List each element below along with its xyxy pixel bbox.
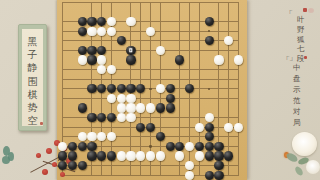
star-point	[149, 88, 151, 90]
white-stone	[185, 171, 194, 180]
black-stone	[175, 142, 184, 151]
black-stone	[97, 151, 106, 160]
black-stone	[166, 84, 175, 93]
black-stone	[205, 36, 214, 45]
peony-bloom-large	[292, 132, 317, 156]
white-stone	[107, 17, 116, 26]
caption2-open-bracket: 「	[282, 55, 290, 66]
vertical-char: 子	[28, 48, 38, 61]
white-stone	[126, 103, 135, 112]
black-stone	[78, 103, 87, 112]
teal-plant-illustration	[1, 144, 17, 168]
black-stone	[68, 151, 77, 160]
black-stone	[87, 84, 96, 93]
blossom-icon	[42, 169, 48, 175]
black-stone	[97, 17, 106, 26]
white-stone	[97, 55, 106, 64]
black-stone-last-move	[126, 46, 135, 55]
white-stone	[185, 142, 194, 151]
black-stone	[214, 171, 223, 180]
caption1-open-bracket: 「	[285, 9, 293, 20]
white-stone	[234, 123, 243, 132]
scroll-seal-stamp	[40, 122, 43, 125]
white-stone	[185, 161, 194, 170]
vertical-char: 势	[28, 101, 38, 114]
vertical-char: 狐	[297, 35, 305, 45]
black-stone	[87, 55, 96, 64]
vertical-char: 围	[28, 75, 38, 88]
white-stone	[107, 65, 116, 74]
blossom-icon	[46, 148, 52, 154]
black-stone	[205, 132, 214, 141]
left-calligraphy-scroll: 黑子静围棋势空	[18, 24, 47, 131]
go-board-grid[interactable]	[58, 0, 244, 180]
black-stone	[87, 46, 96, 55]
black-stone	[58, 151, 67, 160]
black-stone	[78, 142, 87, 151]
white-stone	[107, 94, 116, 103]
white-stone	[175, 151, 184, 160]
vertical-char: 空	[28, 114, 38, 127]
blossom-icon	[60, 172, 65, 177]
black-stone	[117, 84, 126, 93]
white-stone	[136, 103, 145, 112]
black-stone	[117, 36, 126, 45]
black-stone	[78, 27, 87, 36]
black-stone	[87, 151, 96, 160]
vertical-char: 黑	[28, 35, 38, 48]
pink-flower-icon	[308, 8, 314, 13]
white-stone	[195, 151, 204, 160]
black-stone	[166, 94, 175, 103]
white-stone	[97, 132, 106, 141]
white-stone	[107, 132, 116, 141]
white-stone	[156, 46, 165, 55]
black-stone	[107, 84, 116, 93]
go-board[interactable]	[57, 0, 247, 180]
black-stone	[107, 151, 116, 160]
white-stone	[224, 123, 233, 132]
scroll-vertical-text: 黑子静围棋势空	[22, 29, 43, 127]
white-stone	[126, 151, 135, 160]
white-stone	[195, 123, 204, 132]
white-stone	[146, 103, 155, 112]
white-stone	[97, 65, 106, 74]
black-stone	[87, 113, 96, 122]
vertical-char: 棋	[28, 88, 38, 101]
white-stone	[87, 132, 96, 141]
white-stone	[126, 113, 135, 122]
white-stone	[214, 55, 223, 64]
white-stone	[156, 151, 165, 160]
white-stone	[205, 113, 214, 122]
white-stone	[156, 84, 165, 93]
black-stone	[97, 84, 106, 93]
white-stone	[117, 103, 126, 112]
black-stone	[214, 142, 223, 151]
black-stone	[97, 46, 106, 55]
white-stone	[117, 151, 126, 160]
black-stone	[175, 55, 184, 64]
peony-flower-illustration	[284, 116, 320, 180]
white-stone	[234, 55, 243, 64]
black-stone	[214, 151, 223, 160]
black-stone	[205, 151, 214, 160]
black-stone	[97, 113, 106, 122]
black-stone	[126, 84, 135, 93]
white-stone	[224, 36, 233, 45]
vertical-char: 范	[293, 95, 301, 106]
black-stone	[78, 17, 87, 26]
black-stone	[87, 142, 96, 151]
black-stone	[205, 142, 214, 151]
black-stone	[156, 103, 165, 112]
vertical-char: 中	[293, 62, 301, 73]
white-stone	[97, 27, 106, 36]
blossom-icon	[36, 153, 41, 158]
red-seal-small-icon	[304, 56, 307, 59]
white-stone	[107, 27, 116, 36]
black-stone	[68, 142, 77, 151]
vertical-char: 七	[297, 44, 305, 54]
black-stone	[126, 55, 135, 64]
black-stone	[136, 84, 145, 93]
star-point	[149, 145, 151, 147]
peony-bloom-small	[306, 160, 320, 174]
black-stone	[78, 161, 87, 170]
black-stone	[224, 151, 233, 160]
star-point	[208, 88, 210, 90]
black-stone	[185, 84, 194, 93]
white-stone	[78, 132, 87, 141]
black-stone	[156, 132, 165, 141]
scroll-paper: 黑子静围棋势空	[22, 29, 43, 126]
white-stone	[78, 55, 87, 64]
vertical-char: 野	[297, 25, 305, 35]
black-stone	[78, 46, 87, 55]
blossom-icon	[52, 162, 57, 167]
vertical-char: 叶	[297, 15, 305, 25]
vertical-char: 静	[28, 61, 38, 74]
vertical-char: 示	[293, 84, 301, 95]
black-stone	[205, 17, 214, 26]
black-stone	[214, 161, 223, 170]
black-stone	[205, 123, 214, 132]
black-stone	[136, 123, 145, 132]
leaf-icon	[294, 165, 305, 177]
white-stone	[146, 27, 155, 36]
white-stone	[87, 27, 96, 36]
black-stone	[166, 103, 175, 112]
red-seal-icon	[303, 8, 307, 12]
black-stone	[205, 171, 214, 180]
black-stone	[166, 142, 175, 151]
star-point	[208, 30, 210, 32]
black-stone	[146, 123, 155, 132]
vertical-char: 盘	[293, 73, 301, 84]
white-stone	[117, 113, 126, 122]
black-stone	[195, 142, 204, 151]
screenshot-stage: 黑子静围棋势空 「 叶野狐七段 」 「 中盘示范对局 」	[0, 0, 320, 180]
white-stone	[126, 94, 135, 103]
white-stone	[136, 151, 145, 160]
black-stone	[87, 17, 96, 26]
white-stone	[146, 151, 155, 160]
black-stone	[107, 113, 116, 122]
white-stone	[117, 94, 126, 103]
white-stone	[126, 17, 135, 26]
